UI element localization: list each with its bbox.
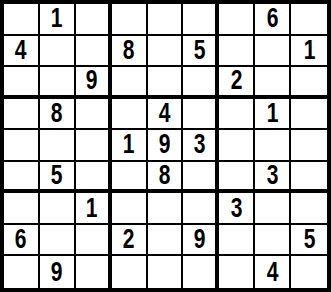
cell-r7c2[interactable] [40,193,76,225]
cell-r3c4[interactable] [112,67,148,99]
given-digit: 9 [51,259,63,286]
cell-r4c7[interactable] [219,99,255,131]
cell-r8c5[interactable] [148,225,184,257]
cell-r8c4[interactable]: 2 [112,225,148,257]
cell-r2c7[interactable] [219,36,255,68]
given-digit: 1 [51,5,63,32]
cell-r7c3[interactable]: 1 [76,193,112,225]
cell-r5c5[interactable]: 9 [148,130,184,162]
given-digit: 9 [194,226,206,253]
cell-r8c9[interactable]: 5 [291,225,327,257]
given-digit: 8 [159,162,171,189]
cell-r6c4[interactable] [112,162,148,194]
cell-r2c6[interactable]: 5 [183,36,219,68]
cell-r1c9[interactable] [291,4,327,36]
cell-r6c2[interactable]: 5 [40,162,76,194]
cell-r7c6[interactable] [183,193,219,225]
cell-r5c2[interactable] [40,130,76,162]
given-digit: 4 [266,259,278,286]
given-digit: 3 [230,195,242,222]
given-digit: 8 [123,37,135,64]
cell-r3c1[interactable] [4,67,40,99]
cell-r1c8[interactable]: 6 [255,4,291,36]
cell-r1c5[interactable] [148,4,184,36]
cell-r5c9[interactable] [291,130,327,162]
cell-r5c8[interactable] [255,130,291,162]
cell-r5c7[interactable] [219,130,255,162]
cell-r9c4[interactable] [112,256,148,288]
cell-r5c4[interactable]: 1 [112,130,148,162]
given-digit: 1 [123,131,135,158]
given-digit: 2 [230,67,242,94]
cell-r5c6[interactable]: 3 [183,130,219,162]
cell-r9c5[interactable] [148,256,184,288]
cell-r5c3[interactable] [76,130,112,162]
cell-r9c7[interactable] [219,256,255,288]
cell-r6c1[interactable] [4,162,40,194]
cell-r1c2[interactable]: 1 [40,4,76,36]
cell-r9c2[interactable]: 9 [40,256,76,288]
given-digit: 4 [159,100,171,127]
cell-r7c8[interactable] [255,193,291,225]
cell-r2c2[interactable] [40,36,76,68]
cell-r3c3[interactable]: 9 [76,67,112,99]
given-digit: 9 [159,131,171,158]
sudoku-puzzle: 1648519284119358313629594 [0,0,331,292]
given-digit: 1 [303,37,315,64]
cell-r4c4[interactable] [112,99,148,131]
given-digit: 6 [266,5,278,32]
sudoku-board: 1648519284119358313629594 [0,0,331,292]
cell-r4c1[interactable] [4,99,40,131]
cell-r2c1[interactable]: 4 [4,36,40,68]
given-digit: 9 [86,67,98,94]
given-digit: 1 [86,195,98,222]
cell-r9c6[interactable] [183,256,219,288]
cell-r2c8[interactable] [255,36,291,68]
given-digit: 8 [51,100,63,127]
given-digit: 4 [15,37,27,64]
cell-r6c8[interactable]: 3 [255,162,291,194]
given-digit: 2 [123,226,135,253]
given-digit: 5 [194,37,206,64]
cell-r1c4[interactable] [112,4,148,36]
cell-r7c5[interactable] [148,193,184,225]
cell-r4c8[interactable]: 1 [255,99,291,131]
cell-r8c3[interactable] [76,225,112,257]
given-digit: 5 [303,226,315,253]
cell-r6c7[interactable] [219,162,255,194]
cell-r4c6[interactable] [183,99,219,131]
cell-r2c3[interactable] [76,36,112,68]
given-digit: 5 [51,162,63,189]
cell-r7c9[interactable] [291,193,327,225]
cell-r3c7[interactable]: 2 [219,67,255,99]
cell-r7c1[interactable] [4,193,40,225]
given-digit: 6 [15,226,27,253]
cell-r6c9[interactable] [291,162,327,194]
cell-r3c5[interactable] [148,67,184,99]
cell-r1c6[interactable] [183,4,219,36]
cell-r1c7[interactable] [219,4,255,36]
cell-r2c9[interactable]: 1 [291,36,327,68]
cell-r9c8[interactable]: 4 [255,256,291,288]
cell-r3c9[interactable] [291,67,327,99]
cell-r4c2[interactable]: 8 [40,99,76,131]
cell-r6c6[interactable] [183,162,219,194]
cell-r8c6[interactable]: 9 [183,225,219,257]
cell-r5c1[interactable] [4,130,40,162]
cell-r9c1[interactable] [4,256,40,288]
cell-r9c3[interactable] [76,256,112,288]
given-digit: 1 [266,100,278,127]
cell-r2c4[interactable]: 8 [112,36,148,68]
cell-r6c5[interactable]: 8 [148,162,184,194]
cell-r9c9[interactable] [291,256,327,288]
cell-r3c6[interactable] [183,67,219,99]
cell-r8c1[interactable]: 6 [4,225,40,257]
cell-r8c8[interactable] [255,225,291,257]
cell-r7c7[interactable]: 3 [219,193,255,225]
given-digit: 3 [266,162,278,189]
given-digit: 3 [194,131,206,158]
cell-r8c2[interactable] [40,225,76,257]
cell-r3c8[interactable] [255,67,291,99]
cell-r2c5[interactable] [148,36,184,68]
cell-r6c3[interactable] [76,162,112,194]
cell-r3c2[interactable] [40,67,76,99]
cell-r4c5[interactable]: 4 [148,99,184,131]
cell-r1c3[interactable] [76,4,112,36]
cell-r4c9[interactable] [291,99,327,131]
cell-r8c7[interactable] [219,225,255,257]
cell-r1c1[interactable] [4,4,40,36]
cell-r4c3[interactable] [76,99,112,131]
cell-r7c4[interactable] [112,193,148,225]
